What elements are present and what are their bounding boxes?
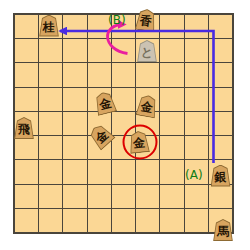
board-cell [39, 209, 62, 232]
board-cell [160, 39, 183, 62]
board-cell [112, 39, 135, 62]
board-cell [63, 185, 86, 208]
board-cell [209, 15, 232, 38]
board-cell [15, 136, 38, 159]
tossed-gold-2[interactable]: 金 [135, 93, 159, 118]
board-cell [15, 63, 38, 86]
board-cell [209, 136, 232, 159]
board-cell [39, 185, 62, 208]
board-cell [39, 88, 62, 111]
board-cell [39, 63, 62, 86]
board-cell [185, 209, 208, 232]
board-cell [160, 209, 183, 232]
board-cell [209, 88, 232, 111]
board-cell [209, 39, 232, 62]
rook-marker[interactable]: 飛 [14, 117, 34, 139]
horse-marker[interactable]: 馬 [213, 219, 233, 241]
shogi-diagram: 桂香と飛銀馬金金金金 (B) (A) [0, 0, 250, 250]
board-cell [160, 160, 183, 183]
board-cell [88, 185, 111, 208]
board-cell [63, 39, 86, 62]
board-cell [136, 63, 159, 86]
board-cell [15, 39, 38, 62]
board-cell [160, 63, 183, 86]
board-cell [88, 160, 111, 183]
board-cell [88, 63, 111, 86]
board-cell [160, 136, 183, 159]
silver-marker[interactable]: 銀 [211, 165, 231, 187]
board-cell [15, 15, 38, 38]
board-cell [185, 136, 208, 159]
board-cell [185, 185, 208, 208]
board-cell [112, 160, 135, 183]
board-cell [136, 209, 159, 232]
board-cell [209, 112, 232, 135]
board-cell [39, 160, 62, 183]
knight-marker[interactable]: 桂 [39, 15, 59, 37]
koma-kanji: 銀 [211, 171, 231, 183]
ghost-piece[interactable]: と [137, 40, 157, 62]
board-cell [209, 185, 232, 208]
koma-kanji: 飛 [14, 123, 34, 135]
board-cell [160, 88, 183, 111]
koma-kanji: と [137, 46, 157, 58]
board-cell [136, 185, 159, 208]
board-cell [63, 136, 86, 159]
board-cell [15, 185, 38, 208]
koma-kanji: 金 [136, 99, 158, 114]
koma-kanji: 桂 [39, 21, 59, 33]
board-cell [112, 185, 135, 208]
shogi-board [13, 13, 234, 234]
koma-kanji: 香 [135, 13, 156, 28]
label-b: (B) [108, 13, 126, 27]
board-cell [160, 15, 183, 38]
board-cell [88, 39, 111, 62]
board-cell [160, 185, 183, 208]
board-cell [39, 136, 62, 159]
board-cell [15, 209, 38, 232]
board-cell [39, 112, 62, 135]
board-cell [63, 209, 86, 232]
board-cell [88, 209, 111, 232]
board-cell [185, 15, 208, 38]
board-cell [112, 209, 135, 232]
board-cell [185, 39, 208, 62]
board-cell [15, 160, 38, 183]
label-a: (A) [185, 168, 203, 182]
board-cell [136, 160, 159, 183]
board-cell [63, 88, 86, 111]
board-cell [185, 112, 208, 135]
board-cell [15, 88, 38, 111]
board-cell [63, 63, 86, 86]
board-cell [185, 63, 208, 86]
lance-marker[interactable]: 香 [134, 7, 157, 32]
koma-kanji: 馬 [213, 225, 233, 237]
board-cell [185, 88, 208, 111]
board-cell [209, 63, 232, 86]
board-cell [39, 39, 62, 62]
koma-kanji: 金 [129, 136, 150, 150]
board-cell [112, 63, 135, 86]
board-cell [63, 160, 86, 183]
board-cell [63, 112, 86, 135]
board-cell [160, 112, 183, 135]
tossed-gold-4[interactable]: 金 [128, 130, 150, 154]
board-cell [63, 15, 86, 38]
